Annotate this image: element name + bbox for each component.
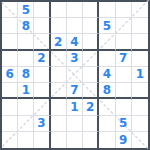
cell-r8c9[interactable]	[132, 116, 148, 132]
cell-r7c5[interactable]: 1	[67, 99, 83, 115]
cell-r1c4[interactable]	[51, 2, 67, 18]
cell-r7c6[interactable]: 2	[83, 99, 99, 115]
cell-r2c6[interactable]	[83, 18, 99, 34]
cell-r7c3[interactable]	[34, 99, 50, 115]
cell-r6c5[interactable]: 7	[67, 83, 83, 99]
cell-r6c3[interactable]	[34, 83, 50, 99]
cell-r3c7[interactable]	[99, 34, 115, 50]
sudoku-board: 58524237684117812359	[0, 0, 150, 150]
cell-r6c8[interactable]	[116, 83, 132, 99]
cell-r7c8[interactable]	[116, 99, 132, 115]
cell-r2c3[interactable]	[34, 18, 50, 34]
cell-r6c2[interactable]: 1	[18, 83, 34, 99]
cell-r1c6[interactable]	[83, 2, 99, 18]
cell-r2c7[interactable]: 5	[99, 18, 115, 34]
cell-r8c8[interactable]: 5	[116, 116, 132, 132]
cell-r9c9[interactable]	[132, 132, 148, 148]
cell-r3c5[interactable]: 4	[67, 34, 83, 50]
cell-r6c6[interactable]	[83, 83, 99, 99]
cell-r1c3[interactable]	[34, 2, 50, 18]
cell-r3c9[interactable]	[132, 34, 148, 50]
cell-r1c9[interactable]	[132, 2, 148, 18]
cell-r8c4[interactable]	[51, 116, 67, 132]
cell-r9c5[interactable]	[67, 132, 83, 148]
cell-r5c1[interactable]: 6	[2, 67, 18, 83]
cell-r8c6[interactable]	[83, 116, 99, 132]
cell-r8c3[interactable]: 3	[34, 116, 50, 132]
cell-r5c9[interactable]: 1	[132, 67, 148, 83]
cell-r2c8[interactable]	[116, 18, 132, 34]
cell-r4c1[interactable]	[2, 51, 18, 67]
cell-r1c8[interactable]	[116, 2, 132, 18]
cell-r8c5[interactable]	[67, 116, 83, 132]
sudoku-grid: 58524237684117812359	[2, 2, 148, 148]
cell-r9c1[interactable]	[2, 132, 18, 148]
cell-r5c7[interactable]: 4	[99, 67, 115, 83]
cell-r8c7[interactable]	[99, 116, 115, 132]
cell-r9c2[interactable]	[18, 132, 34, 148]
cell-r3c4[interactable]: 2	[51, 34, 67, 50]
cell-r6c7[interactable]: 8	[99, 83, 115, 99]
cell-r2c2[interactable]: 8	[18, 18, 34, 34]
cell-r1c5[interactable]	[67, 2, 83, 18]
cell-r3c1[interactable]	[2, 34, 18, 50]
cell-r7c4[interactable]	[51, 99, 67, 115]
cell-r2c5[interactable]	[67, 18, 83, 34]
cell-r7c9[interactable]	[132, 99, 148, 115]
cell-r7c2[interactable]	[18, 99, 34, 115]
cell-r8c2[interactable]	[18, 116, 34, 132]
cell-r4c8[interactable]: 7	[116, 51, 132, 67]
cell-r7c1[interactable]	[2, 99, 18, 115]
cell-r6c4[interactable]	[51, 83, 67, 99]
cell-r4c6[interactable]	[83, 51, 99, 67]
cell-r4c7[interactable]	[99, 51, 115, 67]
cell-r5c6[interactable]	[83, 67, 99, 83]
cell-r3c6[interactable]	[83, 34, 99, 50]
cell-r5c5[interactable]	[67, 67, 83, 83]
cell-r1c7[interactable]	[99, 2, 115, 18]
cell-r4c9[interactable]	[132, 51, 148, 67]
cell-r1c1[interactable]	[2, 2, 18, 18]
cell-r5c2[interactable]: 8	[18, 67, 34, 83]
cell-r1c2[interactable]: 5	[18, 2, 34, 18]
cell-r9c6[interactable]	[83, 132, 99, 148]
cell-r9c8[interactable]: 9	[116, 132, 132, 148]
cell-r9c3[interactable]	[34, 132, 50, 148]
cell-r3c2[interactable]	[18, 34, 34, 50]
cell-r5c4[interactable]	[51, 67, 67, 83]
cell-r5c3[interactable]	[34, 67, 50, 83]
cell-r2c9[interactable]	[132, 18, 148, 34]
cell-r4c5[interactable]: 3	[67, 51, 83, 67]
cell-r8c1[interactable]	[2, 116, 18, 132]
cell-r5c8[interactable]	[116, 67, 132, 83]
cell-r3c8[interactable]	[116, 34, 132, 50]
cell-r3c3[interactable]	[34, 34, 50, 50]
cell-r6c1[interactable]	[2, 83, 18, 99]
cell-r2c1[interactable]	[2, 18, 18, 34]
cell-r6c9[interactable]	[132, 83, 148, 99]
cell-r7c7[interactable]	[99, 99, 115, 115]
cell-r4c2[interactable]	[18, 51, 34, 67]
cell-r4c3[interactable]: 2	[34, 51, 50, 67]
cell-r9c7[interactable]	[99, 132, 115, 148]
cell-r9c4[interactable]	[51, 132, 67, 148]
cell-r4c4[interactable]	[51, 51, 67, 67]
cell-r2c4[interactable]	[51, 18, 67, 34]
